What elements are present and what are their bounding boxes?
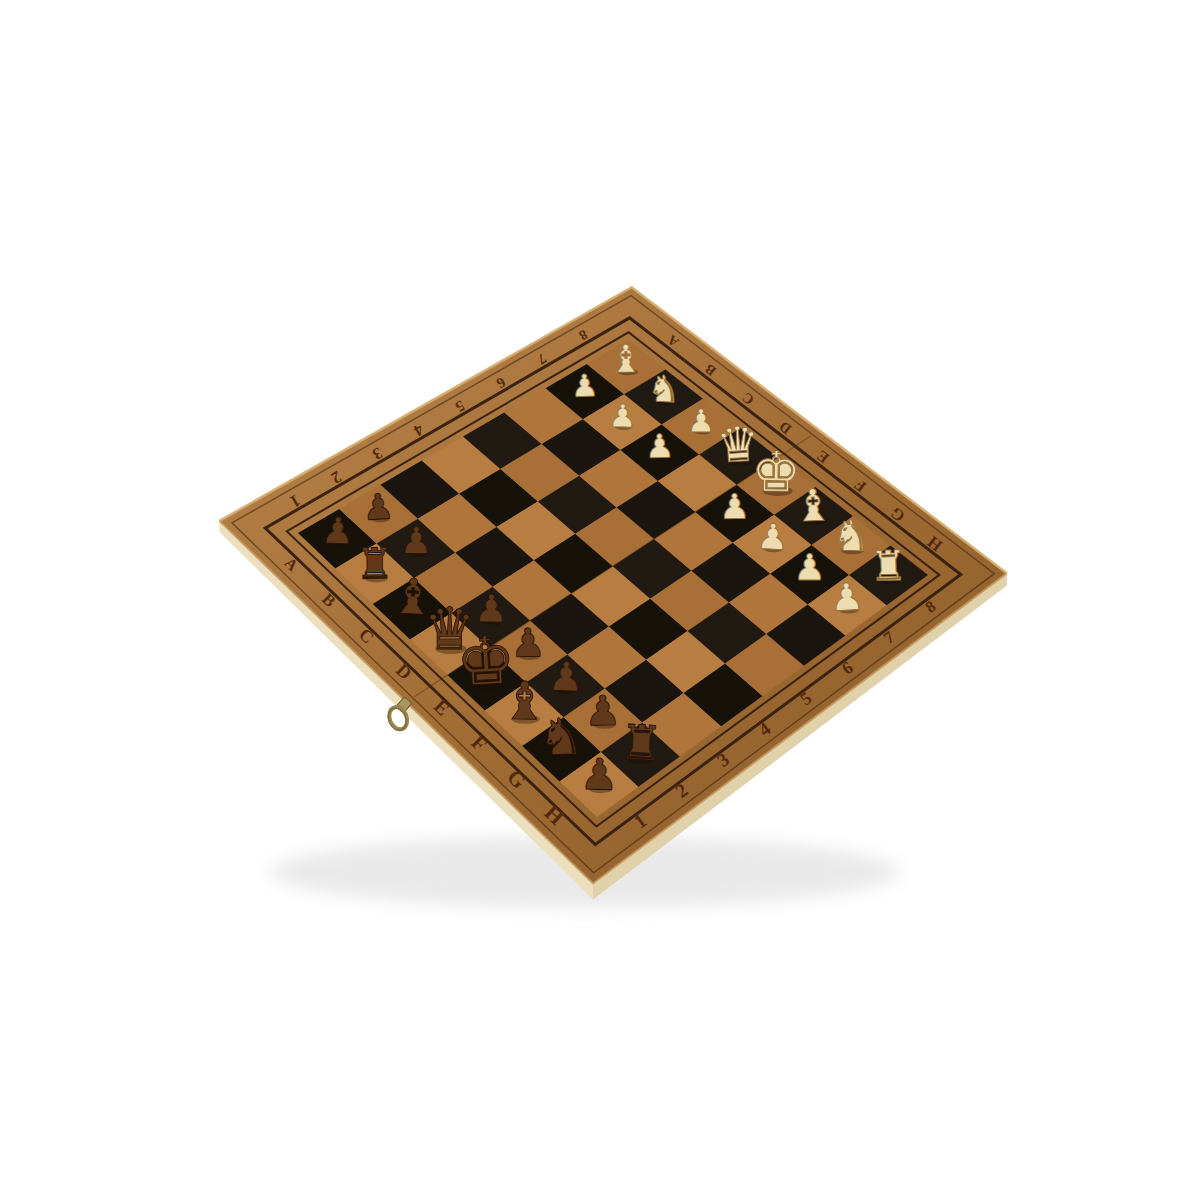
piece-dark-pawn-f2: ♟ bbox=[547, 653, 585, 701]
piece-light-pawn-g7: ♟ bbox=[793, 546, 826, 589]
piece-light-pawn-e7: ♟ bbox=[719, 486, 751, 526]
product-photo-canvas: AABBCCDDEEFFGGHH1122334455667788♝♟♞♟♟♟♛♚… bbox=[0, 0, 1200, 1200]
piece-light-pawn-c8: ♟ bbox=[687, 402, 716, 439]
piece-dark-pawn-g2: ♟ bbox=[584, 687, 622, 736]
piece-dark-pawn-a1: ♟ bbox=[320, 509, 355, 553]
piece-dark-rook-b1: ♜ bbox=[355, 538, 394, 589]
piece-light-pawn-a7: ♟ bbox=[570, 367, 599, 404]
piece-light-bishop-f8: ♝ bbox=[792, 479, 834, 532]
piece-dark-rook-h2: ♜ bbox=[618, 714, 664, 771]
piece-light-knight-g8: ♞ bbox=[832, 511, 871, 561]
piece-light-rook-h8: ♜ bbox=[869, 541, 908, 591]
piece-light-pawn-f7: ♟ bbox=[756, 515, 790, 558]
piece-dark-pawn-a2: ♟ bbox=[361, 485, 395, 528]
piece-light-knight-b8: ♞ bbox=[646, 367, 681, 412]
piece-dark-pawn-h1: ♟ bbox=[579, 749, 619, 800]
piece-dark-knight-g1: ♞ bbox=[537, 706, 585, 767]
piece-dark-pawn-b2: ♟ bbox=[399, 519, 432, 562]
piece-light-pawn-c7: ♟ bbox=[644, 427, 674, 466]
chessboard-photo: AABBCCDDEEFFGGHH1122334455667788♝♟♞♟♟♟♛♚… bbox=[0, 0, 1200, 1200]
piece-light-bishop-a8: ♝ bbox=[609, 337, 644, 381]
piece-light-pawn-h7: ♟ bbox=[829, 574, 865, 620]
piece-light-pawn-b7: ♟ bbox=[608, 397, 638, 435]
